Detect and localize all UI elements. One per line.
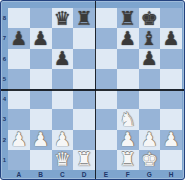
square-a6[interactable]	[8, 49, 30, 69]
quadrant-line-horizontal	[1, 89, 184, 91]
square-b7[interactable]: ♟	[30, 28, 52, 48]
square-g1[interactable]: ♚	[139, 150, 161, 170]
square-f6[interactable]	[117, 49, 139, 69]
piece-white-pawn-f2[interactable]: ♟	[119, 130, 136, 149]
piece-black-pawn-h7[interactable]: ♟	[163, 28, 180, 47]
piece-black-pawn-g6[interactable]: ♟	[141, 49, 158, 68]
square-d5[interactable]	[73, 69, 95, 89]
chess-board-frame: 87654321 ♛♜♜♚♟♟♟♝♟♟♟♞♟♟♟♟♟♟♛♜♜♚ ABCDEFGH	[0, 0, 185, 180]
square-c8[interactable]: ♛	[52, 8, 74, 28]
square-g3[interactable]	[139, 109, 161, 129]
piece-white-rook-f1[interactable]: ♜	[119, 150, 136, 169]
piece-white-pawn-c2[interactable]: ♟	[54, 130, 71, 149]
square-b5[interactable]	[30, 69, 52, 89]
rank-label-3: 3	[1, 109, 8, 129]
square-c5[interactable]	[52, 69, 74, 89]
square-c2[interactable]: ♟	[52, 130, 74, 150]
square-f1[interactable]: ♜	[117, 150, 139, 170]
piece-black-king-g8[interactable]: ♚	[141, 8, 158, 27]
piece-white-pawn-b2[interactable]: ♟	[32, 130, 49, 149]
square-h3[interactable]	[160, 109, 182, 129]
square-f7[interactable]: ♟	[117, 28, 139, 48]
square-h6[interactable]	[160, 49, 182, 69]
square-c3[interactable]	[52, 109, 74, 129]
piece-white-king-g1[interactable]: ♚	[141, 150, 158, 169]
square-e2[interactable]	[95, 130, 117, 150]
rank-label-4: 4	[1, 89, 8, 109]
square-f5[interactable]	[117, 69, 139, 89]
square-e8[interactable]	[95, 8, 117, 28]
square-a8[interactable]	[8, 8, 30, 28]
square-d4[interactable]	[73, 89, 95, 109]
square-a3[interactable]	[8, 109, 30, 129]
square-d1[interactable]: ♜	[73, 150, 95, 170]
square-h2[interactable]: ♟	[160, 130, 182, 150]
square-g5[interactable]	[139, 69, 161, 89]
square-a2[interactable]: ♟	[8, 130, 30, 150]
square-g8[interactable]: ♚	[139, 8, 161, 28]
piece-white-pawn-h2[interactable]: ♟	[163, 130, 180, 149]
piece-black-pawn-a7[interactable]: ♟	[10, 28, 27, 47]
square-b4[interactable]	[30, 89, 52, 109]
rank-label-1: 1	[1, 150, 8, 170]
square-e3[interactable]	[95, 109, 117, 129]
square-d3[interactable]	[73, 109, 95, 129]
square-g6[interactable]: ♟	[139, 49, 161, 69]
square-f8[interactable]: ♜	[117, 8, 139, 28]
square-b3[interactable]	[30, 109, 52, 129]
square-f4[interactable]	[117, 89, 139, 109]
square-h4[interactable]	[160, 89, 182, 109]
square-h7[interactable]: ♟	[160, 28, 182, 48]
file-label-e: E	[95, 169, 117, 179]
rank-label-7: 7	[1, 28, 8, 48]
square-b1[interactable]	[30, 150, 52, 170]
square-e5[interactable]	[95, 69, 117, 89]
square-h1[interactable]	[160, 150, 182, 170]
square-b8[interactable]	[30, 8, 52, 28]
piece-black-rook-f8[interactable]: ♜	[119, 8, 136, 27]
piece-white-rook-d1[interactable]: ♜	[76, 150, 93, 169]
square-f3[interactable]: ♞	[117, 109, 139, 129]
square-a1[interactable]	[8, 150, 30, 170]
piece-black-bishop-g7[interactable]: ♝	[141, 28, 158, 47]
square-b2[interactable]: ♟	[30, 130, 52, 150]
file-label-d: D	[73, 169, 95, 179]
square-e6[interactable]	[95, 49, 117, 69]
square-d7[interactable]	[73, 28, 95, 48]
square-g4[interactable]	[139, 89, 161, 109]
square-d6[interactable]	[73, 49, 95, 69]
square-h8[interactable]	[160, 8, 182, 28]
piece-black-pawn-f7[interactable]: ♟	[119, 28, 136, 47]
square-d2[interactable]	[73, 130, 95, 150]
square-a4[interactable]	[8, 89, 30, 109]
rank-label-8: 8	[1, 8, 8, 28]
piece-white-pawn-g2[interactable]: ♟	[141, 130, 158, 149]
square-f2[interactable]: ♟	[117, 130, 139, 150]
square-e7[interactable]	[95, 28, 117, 48]
square-c6[interactable]: ♟	[52, 49, 74, 69]
piece-white-knight-f3[interactable]: ♞	[119, 109, 136, 128]
file-label-h: H	[160, 169, 182, 179]
square-b6[interactable]	[30, 49, 52, 69]
file-label-b: B	[30, 169, 52, 179]
rank-label-6: 6	[1, 49, 8, 69]
square-d8[interactable]: ♜	[73, 8, 95, 28]
piece-black-queen-c8[interactable]: ♛	[54, 8, 71, 27]
file-label-c: C	[52, 169, 74, 179]
rank-label-2: 2	[1, 130, 8, 150]
square-c4[interactable]	[52, 89, 74, 109]
file-label-a: A	[8, 169, 30, 179]
square-e4[interactable]	[95, 89, 117, 109]
square-a7[interactable]: ♟	[8, 28, 30, 48]
piece-black-pawn-c6[interactable]: ♟	[54, 49, 71, 68]
rank-label-5: 5	[1, 69, 8, 89]
square-e1[interactable]	[95, 150, 117, 170]
piece-black-pawn-b7[interactable]: ♟	[32, 28, 49, 47]
piece-white-pawn-a2[interactable]: ♟	[10, 130, 27, 149]
square-c7[interactable]	[52, 28, 74, 48]
file-label-g: G	[139, 169, 161, 179]
square-a5[interactable]	[8, 69, 30, 89]
square-g2[interactable]: ♟	[139, 130, 161, 150]
piece-black-rook-d8[interactable]: ♜	[76, 8, 93, 27]
piece-white-queen-c1[interactable]: ♛	[54, 150, 71, 169]
square-h5[interactable]	[160, 69, 182, 89]
square-c1[interactable]: ♛	[52, 150, 74, 170]
file-label-f: F	[117, 169, 139, 179]
square-g7[interactable]: ♝	[139, 28, 161, 48]
